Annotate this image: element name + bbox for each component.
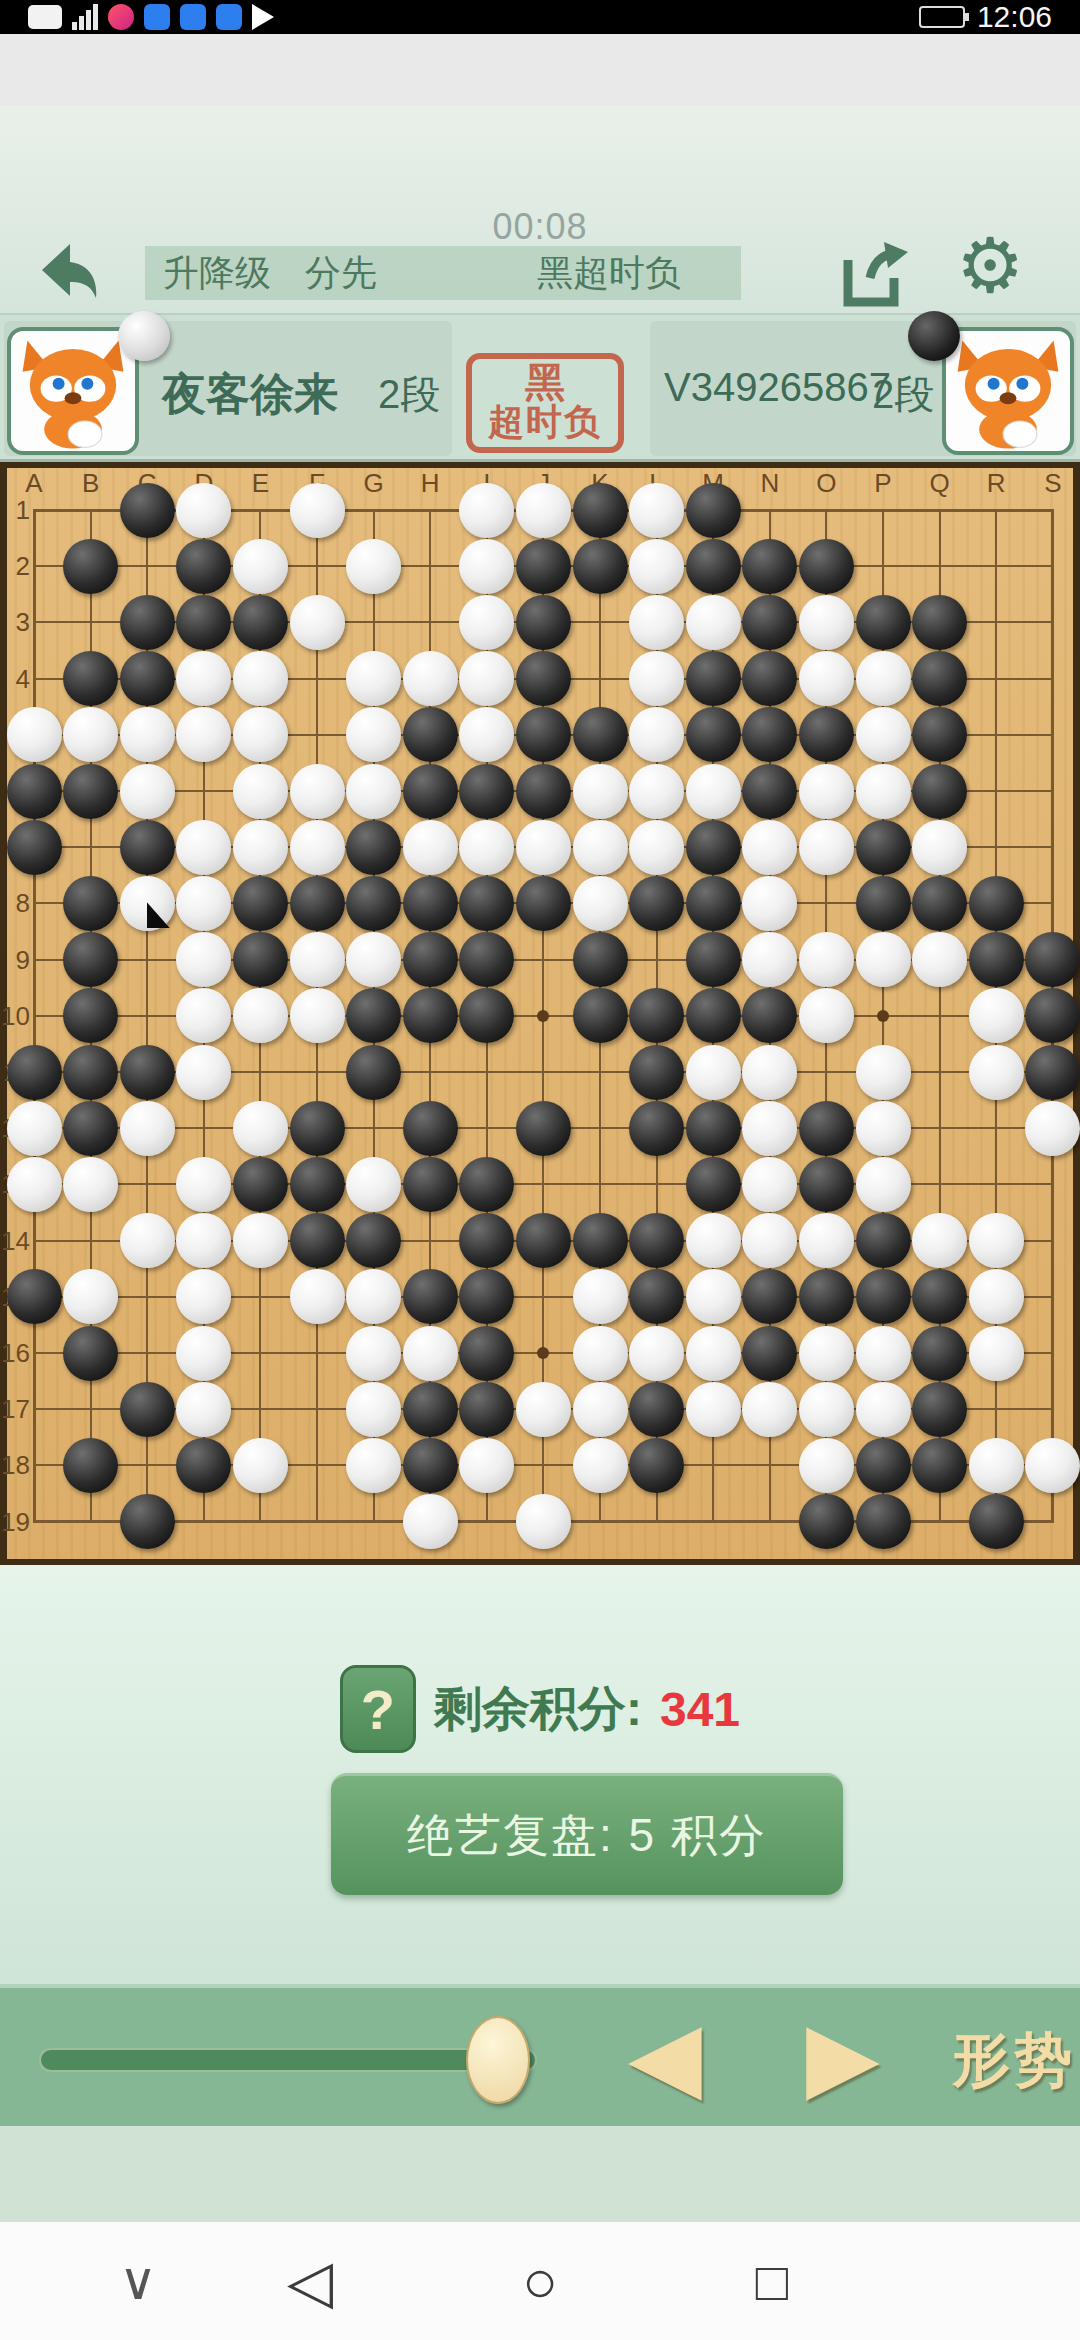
stone-K5 [573, 707, 628, 762]
stone-C7 [120, 820, 175, 875]
stone-R9 [969, 932, 1024, 987]
stone-K17 [573, 1382, 628, 1437]
stone-P6 [856, 764, 911, 819]
stone-M14 [686, 1213, 741, 1268]
notification-icon-camera [108, 4, 134, 30]
stone-M5 [686, 707, 741, 762]
stone-K1 [573, 483, 628, 538]
stone-B2 [63, 539, 118, 594]
stone-G11 [346, 1045, 401, 1100]
stone-S9 [1025, 932, 1080, 987]
star-point [537, 1347, 549, 1359]
tag-rank-match: 升降级 [163, 249, 271, 298]
stone-L6 [629, 764, 684, 819]
stone-A6 [7, 764, 62, 819]
stone-N7 [742, 820, 797, 875]
stone-N4 [742, 651, 797, 706]
col-label: O [798, 468, 854, 499]
stone-M4 [686, 651, 741, 706]
stone-O7 [799, 820, 854, 875]
stone-D13 [176, 1157, 231, 1212]
stone-P7 [856, 820, 911, 875]
move-slider-track[interactable] [39, 2048, 537, 2072]
stone-K8 [573, 876, 628, 931]
stone-Q5 [912, 707, 967, 762]
stone-R18 [969, 1438, 1024, 1493]
stone-M16 [686, 1326, 741, 1381]
stone-F14 [290, 1213, 345, 1268]
stone-J5 [516, 707, 571, 762]
stone-G5 [346, 707, 401, 762]
stone-L3 [629, 595, 684, 650]
stone-H16 [403, 1326, 458, 1381]
status-time: 12:06 [977, 0, 1052, 34]
stone-I14 [459, 1213, 514, 1268]
result-stamp-line2: 超时负 [472, 403, 618, 441]
stone-D18 [176, 1438, 231, 1493]
right-player-avatar[interactable] [942, 327, 1074, 455]
stone-F3 [290, 595, 345, 650]
stone-R11 [969, 1045, 1024, 1100]
stone-I17 [459, 1382, 514, 1437]
stone-N15 [742, 1269, 797, 1324]
stone-G18 [346, 1438, 401, 1493]
stone-L18 [629, 1438, 684, 1493]
stone-C4 [120, 651, 175, 706]
stone-J3 [516, 595, 571, 650]
stone-I13 [459, 1157, 514, 1212]
sim-icon [28, 5, 62, 29]
battery-icon [919, 6, 965, 28]
stone-E2 [233, 539, 288, 594]
stone-G14 [346, 1213, 401, 1268]
score-panel: ? 剩余积分: 341 绝艺复盘: 5 积分 [0, 1565, 1080, 1984]
prev-move-button[interactable]: ◀ [628, 1996, 702, 2116]
row-label: 1 [0, 495, 30, 526]
stone-H10 [403, 988, 458, 1043]
stone-P17 [856, 1382, 911, 1437]
stone-F9 [290, 932, 345, 987]
stone-J6 [516, 764, 571, 819]
stone-I15 [459, 1269, 514, 1324]
row-label: 3 [0, 607, 30, 638]
stone-N2 [742, 539, 797, 594]
stone-B18 [63, 1438, 118, 1493]
stone-L2 [629, 539, 684, 594]
stone-P5 [856, 707, 911, 762]
stone-F15 [290, 1269, 345, 1324]
stone-E14 [233, 1213, 288, 1268]
stone-D10 [176, 988, 231, 1043]
stone-Q4 [912, 651, 967, 706]
stone-A13 [7, 1157, 62, 1212]
stone-J19 [516, 1494, 571, 1549]
stone-G8 [346, 876, 401, 931]
stone-D5 [176, 707, 231, 762]
stone-A5 [7, 707, 62, 762]
stone-C8 [120, 876, 175, 931]
stone-K15 [573, 1269, 628, 1324]
stone-D4 [176, 651, 231, 706]
stone-J4 [516, 651, 571, 706]
stone-B16 [63, 1326, 118, 1381]
stone-D7 [176, 820, 231, 875]
stone-R14 [969, 1213, 1024, 1268]
stone-N5 [742, 707, 797, 762]
stone-I2 [459, 539, 514, 594]
stone-L10 [629, 988, 684, 1043]
game-info-band: 升降级 分先 黑超时负 [145, 246, 741, 300]
stone-D16 [176, 1326, 231, 1381]
result-stamp-line1: 黑 [472, 361, 618, 403]
notification-icon-app1 [144, 4, 170, 30]
stone-A11 [7, 1045, 62, 1100]
stone-N17 [742, 1382, 797, 1437]
stone-G6 [346, 764, 401, 819]
stone-O10 [799, 988, 854, 1043]
stone-M11 [686, 1045, 741, 1100]
stone-M2 [686, 539, 741, 594]
nav-recent-icon[interactable]: □ [712, 2222, 832, 2340]
stone-G4 [346, 651, 401, 706]
result-stamp: 黑 超时负 [466, 353, 624, 453]
stone-D2 [176, 539, 231, 594]
stone-M15 [686, 1269, 741, 1324]
row-label: 9 [0, 945, 30, 976]
stone-E13 [233, 1157, 288, 1212]
row-label: 4 [0, 664, 30, 695]
stone-M13 [686, 1157, 741, 1212]
stone-M7 [686, 820, 741, 875]
stone-O18 [799, 1438, 854, 1493]
stone-D8 [176, 876, 231, 931]
stone-K16 [573, 1326, 628, 1381]
row-label: 8 [0, 888, 30, 919]
stone-H18 [403, 1438, 458, 1493]
right-player-color-stone [908, 311, 960, 361]
stone-J17 [516, 1382, 571, 1437]
settings-gear-icon[interactable]: ⚙ [956, 228, 1024, 304]
nav-back-icon[interactable]: ◁ [250, 2222, 370, 2340]
stone-D15 [176, 1269, 231, 1324]
stone-C11 [120, 1045, 175, 1100]
stone-D11 [176, 1045, 231, 1100]
stone-P18 [856, 1438, 911, 1493]
row-label: 10 [0, 1001, 30, 1032]
notch-strip [0, 34, 1080, 106]
stone-B15 [63, 1269, 118, 1324]
stone-P11 [856, 1045, 911, 1100]
stone-G7 [346, 820, 401, 875]
row-label: 2 [0, 551, 30, 582]
ai-review-button[interactable]: 绝艺复盘: 5 积分 [331, 1773, 843, 1895]
stone-H9 [403, 932, 458, 987]
stone-P3 [856, 595, 911, 650]
stone-G16 [346, 1326, 401, 1381]
stone-G9 [346, 932, 401, 987]
stone-Q16 [912, 1326, 967, 1381]
stone-B6 [63, 764, 118, 819]
stone-C6 [120, 764, 175, 819]
stone-C14 [120, 1213, 175, 1268]
stone-L14 [629, 1213, 684, 1268]
stone-Q17 [912, 1382, 967, 1437]
stone-F13 [290, 1157, 345, 1212]
stone-D1 [176, 483, 231, 538]
stone-P9 [856, 932, 911, 987]
stone-K10 [573, 988, 628, 1043]
stone-I1 [459, 483, 514, 538]
stone-L4 [629, 651, 684, 706]
stone-L15 [629, 1269, 684, 1324]
stone-P15 [856, 1269, 911, 1324]
stone-H13 [403, 1157, 458, 1212]
stone-P4 [856, 651, 911, 706]
stone-M6 [686, 764, 741, 819]
stone-N11 [742, 1045, 797, 1100]
stone-P19 [856, 1494, 911, 1549]
stone-A15 [7, 1269, 62, 1324]
stone-O19 [799, 1494, 854, 1549]
stone-C1 [120, 483, 175, 538]
stone-B5 [63, 707, 118, 762]
stone-N3 [742, 595, 797, 650]
stone-G10 [346, 988, 401, 1043]
stone-Q9 [912, 932, 967, 987]
col-label: H [402, 468, 458, 499]
stone-Q7 [912, 820, 967, 875]
stone-S11 [1025, 1045, 1080, 1100]
signal-icon [72, 4, 98, 30]
situation-button[interactable]: 形势 [952, 2022, 1076, 2100]
stone-F12 [290, 1101, 345, 1156]
stone-I7 [459, 820, 514, 875]
stone-N13 [742, 1157, 797, 1212]
stone-D14 [176, 1213, 231, 1268]
stone-E3 [233, 595, 288, 650]
notification-icon-send [252, 4, 274, 30]
stone-N12 [742, 1101, 797, 1156]
stone-H17 [403, 1382, 458, 1437]
tag-result: 黑超时负 [537, 249, 681, 298]
stone-E6 [233, 764, 288, 819]
stone-H8 [403, 876, 458, 931]
stone-H7 [403, 820, 458, 875]
android-nav-bar: ∨ ◁ ○ □ [0, 2222, 1080, 2340]
stone-L17 [629, 1382, 684, 1437]
stone-P16 [856, 1326, 911, 1381]
stone-I3 [459, 595, 514, 650]
stone-F10 [290, 988, 345, 1043]
stone-R8 [969, 876, 1024, 931]
stone-J8 [516, 876, 571, 931]
stone-C19 [120, 1494, 175, 1549]
share-icon[interactable] [840, 238, 910, 308]
stone-O2 [799, 539, 854, 594]
col-label: N [742, 468, 798, 499]
stone-B10 [63, 988, 118, 1043]
stone-O9 [799, 932, 854, 987]
stone-E5 [233, 707, 288, 762]
app-screen: 12:06 00:08 升降级 分先 黑超时负 ⚙ [0, 0, 1080, 2340]
stone-P8 [856, 876, 911, 931]
stone-O6 [799, 764, 854, 819]
stone-J12 [516, 1101, 571, 1156]
row-label: 16 [0, 1338, 30, 1369]
nav-hide-icon[interactable]: ∨ [78, 2222, 198, 2340]
stone-L8 [629, 876, 684, 931]
stone-B4 [63, 651, 118, 706]
go-board[interactable]: A1B2C3D4E5F6G7H8I9J10K11L12M13N14O15P16Q… [0, 462, 1080, 1565]
stone-R16 [969, 1326, 1024, 1381]
stone-R15 [969, 1269, 1024, 1324]
stone-B13 [63, 1157, 118, 1212]
game-header: 00:08 升降级 分先 黑超时负 ⚙ [0, 106, 1080, 313]
stone-Q18 [912, 1438, 967, 1493]
left-player-avatar[interactable] [7, 327, 139, 455]
stone-C12 [120, 1101, 175, 1156]
stone-K18 [573, 1438, 628, 1493]
stone-O3 [799, 595, 854, 650]
stone-I16 [459, 1326, 514, 1381]
stone-S18 [1025, 1438, 1080, 1493]
row-label: 17 [0, 1394, 30, 1425]
bottom-strip [0, 2126, 1080, 2222]
stone-E4 [233, 651, 288, 706]
stone-K7 [573, 820, 628, 875]
col-label: G [346, 468, 402, 499]
star-point [877, 1010, 889, 1022]
stone-L16 [629, 1326, 684, 1381]
stone-G13 [346, 1157, 401, 1212]
stone-O14 [799, 1213, 854, 1268]
stone-R19 [969, 1494, 1024, 1549]
stone-J14 [516, 1213, 571, 1268]
stone-H19 [403, 1494, 458, 1549]
stone-N8 [742, 876, 797, 931]
stone-N14 [742, 1213, 797, 1268]
nav-home-icon[interactable]: ○ [480, 2222, 600, 2340]
stone-H6 [403, 764, 458, 819]
stone-M17 [686, 1382, 741, 1437]
stone-M8 [686, 876, 741, 931]
stone-A7 [7, 820, 62, 875]
move-slider-knob[interactable] [466, 2016, 530, 2104]
stone-C5 [120, 707, 175, 762]
stone-K2 [573, 539, 628, 594]
stone-Q15 [912, 1269, 967, 1324]
stone-N16 [742, 1326, 797, 1381]
stone-C17 [120, 1382, 175, 1437]
star-point [537, 1010, 549, 1022]
stone-L12 [629, 1101, 684, 1156]
stone-K9 [573, 932, 628, 987]
stone-B8 [63, 876, 118, 931]
stone-O4 [799, 651, 854, 706]
stone-G15 [346, 1269, 401, 1324]
stone-M9 [686, 932, 741, 987]
stone-O15 [799, 1269, 854, 1324]
stone-L5 [629, 707, 684, 762]
stone-H4 [403, 651, 458, 706]
stone-J2 [516, 539, 571, 594]
stone-P12 [856, 1101, 911, 1156]
stone-E9 [233, 932, 288, 987]
stone-F8 [290, 876, 345, 931]
stone-O16 [799, 1326, 854, 1381]
stone-H15 [403, 1269, 458, 1324]
stone-L7 [629, 820, 684, 875]
stone-M3 [686, 595, 741, 650]
stone-I8 [459, 876, 514, 931]
back-button[interactable] [26, 230, 106, 310]
stone-O17 [799, 1382, 854, 1437]
stone-K6 [573, 764, 628, 819]
col-label: E [232, 468, 288, 499]
stone-C3 [120, 595, 175, 650]
stone-E18 [233, 1438, 288, 1493]
stone-E12 [233, 1101, 288, 1156]
stone-R10 [969, 988, 1024, 1043]
stone-H5 [403, 707, 458, 762]
right-player-name: V349265867 [664, 365, 891, 410]
left-player-color-stone [118, 311, 170, 361]
stone-I4 [459, 651, 514, 706]
stone-Q3 [912, 595, 967, 650]
stone-E7 [233, 820, 288, 875]
stone-B9 [63, 932, 118, 987]
stone-Q14 [912, 1213, 967, 1268]
stone-L1 [629, 483, 684, 538]
left-player-name: 夜客徐来 [162, 365, 338, 424]
col-label: Q [912, 468, 968, 499]
left-player-rank: 2段 [378, 367, 440, 422]
player-bar: 夜客徐来 2段 V349265867 2段 黑 超时负 [0, 313, 1080, 462]
stone-Q8 [912, 876, 967, 931]
last-move-marker [147, 902, 170, 928]
next-move-button[interactable]: ▶ [806, 1996, 880, 2116]
stone-M1 [686, 483, 741, 538]
stone-N10 [742, 988, 797, 1043]
stone-N9 [742, 932, 797, 987]
move-timer: 00:08 [0, 206, 1080, 248]
remaining-points-value: 341 [660, 1682, 740, 1737]
stone-E8 [233, 876, 288, 931]
stone-J7 [516, 820, 571, 875]
stone-O13 [799, 1157, 854, 1212]
stone-F6 [290, 764, 345, 819]
row-label: 19 [0, 1507, 30, 1538]
stone-I6 [459, 764, 514, 819]
stone-G17 [346, 1382, 401, 1437]
control-bar: ◀ ▶ 形势 [0, 1984, 1080, 2126]
stone-H12 [403, 1101, 458, 1156]
col-label: R [968, 468, 1024, 499]
row-label: 14 [0, 1226, 30, 1257]
stone-O5 [799, 707, 854, 762]
status-bar: 12:06 [0, 0, 1080, 34]
stone-K14 [573, 1213, 628, 1268]
stone-E10 [233, 988, 288, 1043]
stone-D17 [176, 1382, 231, 1437]
stone-I9 [459, 932, 514, 987]
stone-I18 [459, 1438, 514, 1493]
col-label: P [855, 468, 911, 499]
stone-N6 [742, 764, 797, 819]
stone-M12 [686, 1101, 741, 1156]
remaining-points-label: 剩余积分: [434, 1677, 642, 1741]
help-button[interactable]: ? [340, 1665, 416, 1753]
